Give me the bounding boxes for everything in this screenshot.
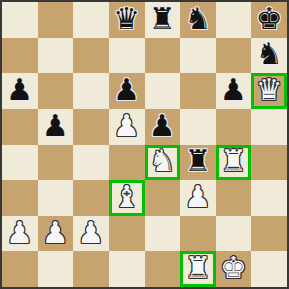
- square-b4[interactable]: [38, 145, 74, 181]
- square-h1[interactable]: [251, 251, 287, 287]
- square-g3[interactable]: [216, 180, 252, 216]
- square-h8[interactable]: ♚: [251, 2, 287, 38]
- square-f2[interactable]: [180, 216, 216, 252]
- square-a8[interactable]: [2, 2, 38, 38]
- piece-white-pawn[interactable]: ♟: [6, 218, 33, 248]
- square-f8[interactable]: ♞: [180, 2, 216, 38]
- square-e2[interactable]: [145, 216, 181, 252]
- piece-white-pawn[interactable]: ♟: [78, 218, 105, 248]
- square-h3[interactable]: [251, 180, 287, 216]
- square-c1[interactable]: [73, 251, 109, 287]
- piece-black-knight[interactable]: ♞: [256, 39, 283, 69]
- piece-white-king[interactable]: ♚: [220, 253, 247, 283]
- square-c3[interactable]: [73, 180, 109, 216]
- piece-white-rook[interactable]: ♜: [220, 146, 247, 176]
- square-f3[interactable]: ♟: [180, 180, 216, 216]
- piece-black-pawn[interactable]: ♟: [6, 75, 33, 105]
- square-f7[interactable]: [180, 38, 216, 74]
- square-d7[interactable]: [109, 38, 145, 74]
- square-h7[interactable]: ♞: [251, 38, 287, 74]
- square-c7[interactable]: [73, 38, 109, 74]
- square-g5[interactable]: [216, 109, 252, 145]
- square-a5[interactable]: [2, 109, 38, 145]
- square-g1[interactable]: ♚: [216, 251, 252, 287]
- piece-black-pawn[interactable]: ♟: [113, 75, 140, 105]
- piece-black-pawn[interactable]: ♟: [149, 111, 176, 141]
- square-b8[interactable]: [38, 2, 74, 38]
- square-a3[interactable]: [2, 180, 38, 216]
- square-e5[interactable]: ♟: [145, 109, 181, 145]
- square-a4[interactable]: [2, 145, 38, 181]
- square-c5[interactable]: [73, 109, 109, 145]
- piece-black-king[interactable]: ♚: [256, 4, 283, 34]
- square-d5[interactable]: ♟: [109, 109, 145, 145]
- square-g4[interactable]: ♜: [216, 145, 252, 181]
- square-b6[interactable]: [38, 73, 74, 109]
- square-g8[interactable]: [216, 2, 252, 38]
- square-e4[interactable]: ♞: [145, 145, 181, 181]
- square-b5[interactable]: ♟: [38, 109, 74, 145]
- piece-black-pawn[interactable]: ♟: [42, 111, 69, 141]
- square-h5[interactable]: [251, 109, 287, 145]
- square-g2[interactable]: [216, 216, 252, 252]
- square-g7[interactable]: [216, 38, 252, 74]
- square-h4[interactable]: [251, 145, 287, 181]
- square-c2[interactable]: ♟: [73, 216, 109, 252]
- square-c8[interactable]: [73, 2, 109, 38]
- square-h6[interactable]: ♛: [251, 73, 287, 109]
- square-d4[interactable]: [109, 145, 145, 181]
- square-b7[interactable]: [38, 38, 74, 74]
- square-a1[interactable]: [2, 251, 38, 287]
- piece-white-knight[interactable]: ♞: [149, 146, 176, 176]
- piece-white-pawn[interactable]: ♟: [42, 218, 69, 248]
- piece-black-pawn[interactable]: ♟: [220, 75, 247, 105]
- piece-white-bishop[interactable]: ♝: [113, 182, 140, 212]
- square-d6[interactable]: ♟: [109, 73, 145, 109]
- square-g6[interactable]: ♟: [216, 73, 252, 109]
- piece-black-queen[interactable]: ♛: [113, 4, 140, 34]
- piece-white-queen[interactable]: ♛: [256, 75, 283, 105]
- square-c6[interactable]: [73, 73, 109, 109]
- square-a6[interactable]: ♟: [2, 73, 38, 109]
- square-f6[interactable]: [180, 73, 216, 109]
- square-a7[interactable]: [2, 38, 38, 74]
- square-b2[interactable]: ♟: [38, 216, 74, 252]
- square-d1[interactable]: [109, 251, 145, 287]
- piece-white-pawn[interactable]: ♟: [184, 182, 211, 212]
- square-d3[interactable]: ♝: [109, 180, 145, 216]
- piece-black-rook[interactable]: ♜: [184, 146, 211, 176]
- square-e1[interactable]: [145, 251, 181, 287]
- square-e6[interactable]: [145, 73, 181, 109]
- square-e8[interactable]: ♜: [145, 2, 181, 38]
- chess-board: ♛♜♞♚♞♟♟♟♛♟♟♟♞♜♜♝♟♟♟♟♜♚: [0, 0, 289, 289]
- square-a2[interactable]: ♟: [2, 216, 38, 252]
- piece-white-pawn[interactable]: ♟: [113, 111, 140, 141]
- piece-black-rook[interactable]: ♜: [149, 4, 176, 34]
- square-c4[interactable]: [73, 145, 109, 181]
- square-b3[interactable]: [38, 180, 74, 216]
- square-f1[interactable]: ♜: [180, 251, 216, 287]
- square-f5[interactable]: [180, 109, 216, 145]
- square-e7[interactable]: [145, 38, 181, 74]
- piece-white-rook[interactable]: ♜: [184, 253, 211, 283]
- square-h2[interactable]: [251, 216, 287, 252]
- piece-black-knight[interactable]: ♞: [184, 4, 211, 34]
- square-b1[interactable]: [38, 251, 74, 287]
- square-d2[interactable]: [109, 216, 145, 252]
- square-f4[interactable]: ♜: [180, 145, 216, 181]
- square-e3[interactable]: [145, 180, 181, 216]
- square-d8[interactable]: ♛: [109, 2, 145, 38]
